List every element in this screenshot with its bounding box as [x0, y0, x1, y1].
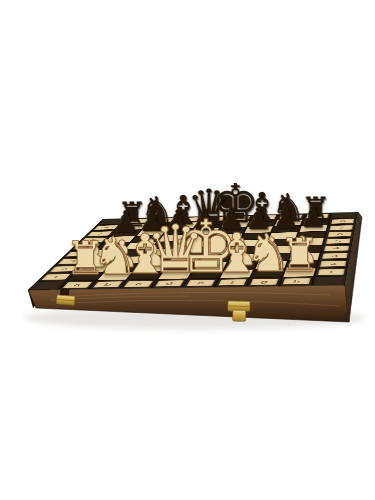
board-frame-cell: h: [279, 277, 314, 286]
rank-label-left-5: 5: [74, 244, 100, 249]
rank-label-left-3: 3: [58, 258, 85, 263]
rank-label-left-6: 6: [81, 238, 106, 243]
file-label-near-c: c: [124, 281, 153, 287]
file-label-far-c: c: [176, 217, 199, 221]
file-label-far-e: e: [227, 216, 250, 220]
file-label-far-f: f: [253, 215, 276, 219]
file-label-near-d: d: [155, 280, 184, 286]
rank-label-right-1: 1: [318, 269, 345, 275]
rank-label-right-5: 5: [326, 238, 350, 243]
rank-label-left-7: 7: [88, 231, 113, 236]
file-label-near-g: g: [250, 279, 278, 285]
rank-label-left-2: 2: [50, 266, 78, 272]
file-label-near-e: e: [186, 280, 215, 286]
rank-label-right-3: 3: [322, 253, 348, 259]
rank-label-right-8: 8: [331, 219, 354, 224]
file-label-far-g: g: [280, 214, 303, 218]
rank-label-left-8: 8: [94, 225, 118, 230]
file-label-far-b: b: [151, 218, 174, 222]
board-frame-cell: g: [246, 277, 282, 286]
file-label-near-f: f: [218, 279, 246, 285]
rank-label-right-6: 6: [328, 232, 352, 237]
board-frame-cell: f: [214, 278, 250, 287]
file-label-far-d: d: [202, 217, 225, 221]
rank-label-right-7: 7: [330, 225, 353, 230]
file-label-near-h: h: [283, 278, 311, 284]
rank-label-right-2: 2: [320, 261, 346, 267]
board-frame-corner: [312, 276, 347, 285]
chess-set-photo: abcdefgh8877665544332211abcdefgh ♜♞♝♛♚♝♞…: [0, 0, 375, 500]
file-label-near-a: a: [63, 282, 93, 288]
file-label-far-a: a: [125, 219, 149, 223]
rank-label-left-4: 4: [66, 251, 93, 256]
rank-label-left-1: 1: [42, 274, 71, 280]
file-label-near-b: b: [93, 281, 122, 287]
file-label-far-h: h: [306, 214, 328, 219]
rank-label-right-4: 4: [324, 246, 349, 251]
